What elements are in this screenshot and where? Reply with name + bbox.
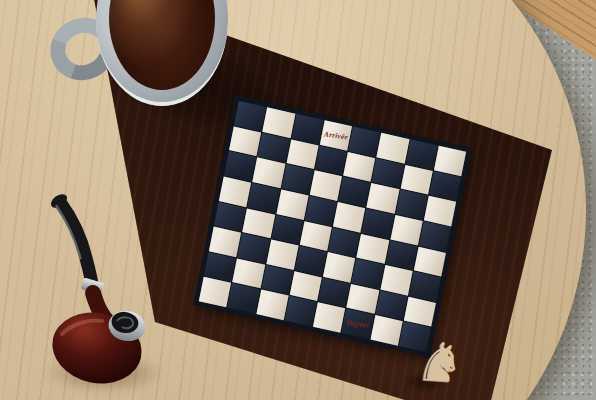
square-r7c6[interactable]: [370, 315, 402, 345]
smoking-pipe: [30, 180, 250, 400]
knight-glyph: ♞: [414, 334, 466, 391]
white-knight-piece[interactable]: ♞: [406, 332, 474, 394]
square-r7c2[interactable]: [256, 290, 288, 320]
scene-photo: ArrivéeDépart ♞: [0, 0, 596, 400]
board-top-label: Arrivée: [323, 129, 348, 141]
square-r7c4[interactable]: [313, 303, 345, 333]
square-r7c5[interactable]: Départ: [341, 309, 373, 339]
board-bottom-label: Départ: [346, 318, 369, 330]
square-r7c3[interactable]: [284, 296, 316, 326]
